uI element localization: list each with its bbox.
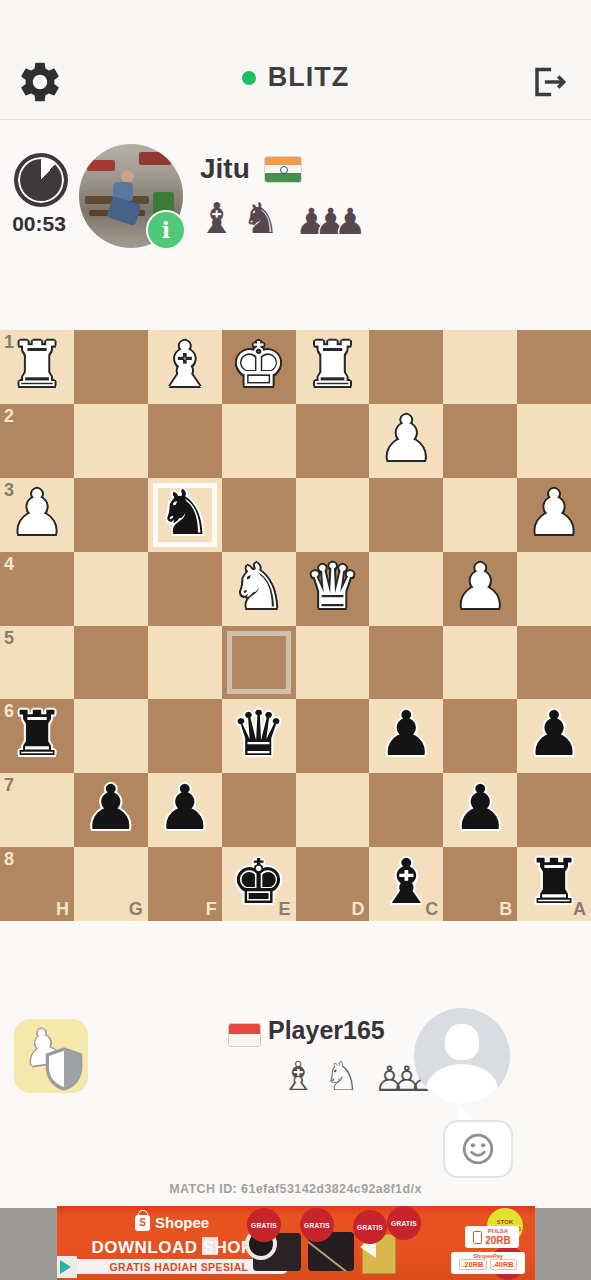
game-mode-header: BLITZ <box>0 62 591 93</box>
ad-badge-gratis: GRATIS <box>247 1208 281 1242</box>
square-g2[interactable] <box>74 404 148 478</box>
square-c2[interactable]: ♟ <box>369 404 443 478</box>
indonesia-flag-icon <box>228 1023 261 1047</box>
file-label: H <box>56 899 69 920</box>
opponent-time: 00:53 <box>6 212 72 236</box>
square-e8[interactable]: E♚ <box>222 847 296 921</box>
square-h4[interactable]: 4 <box>0 552 74 626</box>
square-b8[interactable]: B <box>443 847 517 921</box>
top-bar: BLITZ <box>0 0 591 120</box>
file-label: A <box>573 899 586 920</box>
india-flag-icon <box>264 156 302 183</box>
shield-powerup-badge[interactable]: ♟ <box>14 1019 88 1093</box>
square-d5[interactable] <box>296 626 370 700</box>
black-queen-piece[interactable]: ♛ <box>222 699 296 773</box>
black-pawn-piece[interactable]: ♟ <box>443 773 517 847</box>
ad-side-strip <box>535 1208 591 1280</box>
square-g4[interactable] <box>74 552 148 626</box>
square-e3[interactable] <box>222 478 296 552</box>
square-a1[interactable] <box>517 330 591 404</box>
shopee-bag-icon: S <box>135 1215 150 1231</box>
square-d4[interactable]: ♛ <box>296 552 370 626</box>
adchoices-icon[interactable] <box>57 1256 77 1278</box>
player-name: Player165 <box>268 1016 385 1045</box>
file-label: E <box>278 899 290 920</box>
black-knight-piece[interactable]: ♞ <box>148 478 222 552</box>
square-f8[interactable]: F <box>148 847 222 921</box>
game-mode-title: BLITZ <box>268 62 349 93</box>
square-c1[interactable] <box>369 330 443 404</box>
rank-label: 3 <box>4 480 14 501</box>
square-b5[interactable] <box>443 626 517 700</box>
square-c7[interactable] <box>369 773 443 847</box>
square-d6[interactable] <box>296 699 370 773</box>
captured-pawn: ♟ <box>334 204 366 240</box>
match-id: MATCH ID: 61efaf53142d3824c92a8f1d/x <box>0 1182 591 1196</box>
square-h2[interactable]: 2 <box>0 404 74 478</box>
file-label: D <box>351 899 364 920</box>
exit-game-button[interactable] <box>525 60 571 104</box>
file-label: G <box>129 899 143 920</box>
square-e1[interactable]: ♚ <box>222 330 296 404</box>
rank-label: 7 <box>4 775 14 796</box>
square-h8[interactable]: 8H <box>0 847 74 921</box>
app-screen: BLITZ 00:53 i Jitu ♝♞♟♟♟ 1♜♝♚♜2♟3♟♞♟4♞♛♟… <box>0 0 591 1280</box>
square-e5[interactable] <box>222 626 296 700</box>
avatar-photo-detail <box>87 160 115 171</box>
ad-badge-gratis: GRATIS <box>387 1206 421 1240</box>
rank-label: 5 <box>4 628 14 649</box>
square-a7[interactable] <box>517 773 591 847</box>
square-a8[interactable]: A♜ <box>517 847 591 921</box>
rank-label: 2 <box>4 406 14 427</box>
square-b3[interactable] <box>443 478 517 552</box>
opponent-name: Jitu <box>200 153 250 185</box>
square-d3[interactable] <box>296 478 370 552</box>
square-a3[interactable]: ♟ <box>517 478 591 552</box>
black-pawn-piece[interactable]: ♟ <box>148 773 222 847</box>
square-f6[interactable] <box>148 699 222 773</box>
opponent-info-button[interactable]: i <box>146 210 186 250</box>
captured-bishop: ♗ <box>280 1056 316 1096</box>
square-g6[interactable] <box>74 699 148 773</box>
square-b2[interactable] <box>443 404 517 478</box>
square-e2[interactable] <box>222 404 296 478</box>
square-h5[interactable]: 5 <box>0 626 74 700</box>
rank-label: 8 <box>4 849 14 870</box>
square-g7[interactable]: ♟ <box>74 773 148 847</box>
square-b4[interactable]: ♟ <box>443 552 517 626</box>
ad-badge-gratis: GRATIS <box>300 1208 334 1242</box>
square-a4[interactable] <box>517 552 591 626</box>
square-f1[interactable]: ♝ <box>148 330 222 404</box>
avatar-photo-detail <box>139 152 171 165</box>
ad-side-strip <box>0 1208 57 1280</box>
phone-icon <box>473 1231 482 1244</box>
black-pawn-piece[interactable]: ♟ <box>517 699 591 773</box>
square-f2[interactable] <box>148 404 222 478</box>
last-move-highlight-from <box>227 631 291 695</box>
rank-label: 1 <box>4 332 14 353</box>
file-label: C <box>425 899 438 920</box>
smiley-icon <box>460 1131 496 1167</box>
square-a5[interactable] <box>517 626 591 700</box>
square-e6[interactable]: ♛ <box>222 699 296 773</box>
square-f4[interactable] <box>148 552 222 626</box>
player-avatar[interactable] <box>414 1008 510 1104</box>
ad-badge-shopeepay: ShopeePay .20RB .40RB <box>451 1252 525 1274</box>
square-g5[interactable] <box>74 626 148 700</box>
square-c6[interactable]: ♟ <box>369 699 443 773</box>
shopee-ad-banner[interactable]: S Shopee DOWNLOAD SHOPEE GRATIS HADIAH S… <box>57 1206 535 1280</box>
file-label: F <box>206 899 217 920</box>
square-c5[interactable] <box>369 626 443 700</box>
square-c3[interactable] <box>369 478 443 552</box>
square-b6[interactable] <box>443 699 517 773</box>
square-f5[interactable] <box>148 626 222 700</box>
square-c4[interactable] <box>369 552 443 626</box>
square-g1[interactable] <box>74 330 148 404</box>
square-b7[interactable]: ♟ <box>443 773 517 847</box>
square-h1[interactable]: 1♜ <box>0 330 74 404</box>
rank-label: 6 <box>4 701 14 722</box>
opponent-captured-pieces: ♝♞♟♟♟ <box>198 188 366 240</box>
captured-knight: ♘ <box>324 1056 360 1096</box>
chess-board: 1♜♝♚♜2♟3♟♞♟4♞♛♟56♜♛♟♟7♟♟♟8HGFE♚DC♝BA♜ <box>0 330 591 921</box>
white-king-piece[interactable]: ♚ <box>222 330 296 404</box>
square-d8[interactable]: D <box>296 847 370 921</box>
white-knight-piece[interactable]: ♞ <box>222 552 296 626</box>
shield-icon <box>44 1047 84 1091</box>
ad-badge-gratis: GRATIS <box>353 1210 387 1244</box>
white-rook-piece[interactable]: ♜ <box>296 330 370 404</box>
captured-knight: ♞ <box>242 198 280 240</box>
square-b1[interactable] <box>443 330 517 404</box>
square-a6[interactable]: ♟ <box>517 699 591 773</box>
square-h3[interactable]: 3♟ <box>0 478 74 552</box>
rank-label: 4 <box>4 554 14 575</box>
logout-icon <box>525 60 571 104</box>
file-label: B <box>499 899 512 920</box>
square-c8[interactable]: C♝ <box>369 847 443 921</box>
white-bishop-piece[interactable]: ♝ <box>148 330 222 404</box>
avatar-silhouette <box>445 1024 479 1060</box>
square-f7[interactable]: ♟ <box>148 773 222 847</box>
square-e4[interactable]: ♞ <box>222 552 296 626</box>
square-a2[interactable] <box>517 404 591 478</box>
square-d1[interactable]: ♜ <box>296 330 370 404</box>
square-g3[interactable] <box>74 478 148 552</box>
ad-badge-pulsa: PULSA20RB <box>465 1226 519 1248</box>
shopee-logo: S Shopee <box>135 1214 209 1231</box>
square-f3[interactable]: ♞ <box>148 478 222 552</box>
black-pawn-piece[interactable]: ♟ <box>74 773 148 847</box>
square-h6[interactable]: 6♜ <box>0 699 74 773</box>
captured-bishop: ♝ <box>198 198 236 240</box>
white-queen-piece[interactable]: ♛ <box>296 552 370 626</box>
square-e7[interactable] <box>222 773 296 847</box>
black-pawn-piece[interactable]: ♟ <box>369 699 443 773</box>
white-pawn-piece[interactable]: ♟ <box>517 478 591 552</box>
opponent-clock-icon <box>14 153 68 207</box>
square-h7[interactable]: 7 <box>0 773 74 847</box>
online-status-dot <box>242 71 256 85</box>
square-d2[interactable] <box>296 404 370 478</box>
white-pawn-piece[interactable]: ♟ <box>443 552 517 626</box>
square-g8[interactable]: G <box>74 847 148 921</box>
white-pawn-piece[interactable]: ♟ <box>369 404 443 478</box>
avatar-silhouette <box>426 1064 498 1104</box>
square-d7[interactable] <box>296 773 370 847</box>
emoji-chat-button[interactable] <box>443 1120 513 1178</box>
